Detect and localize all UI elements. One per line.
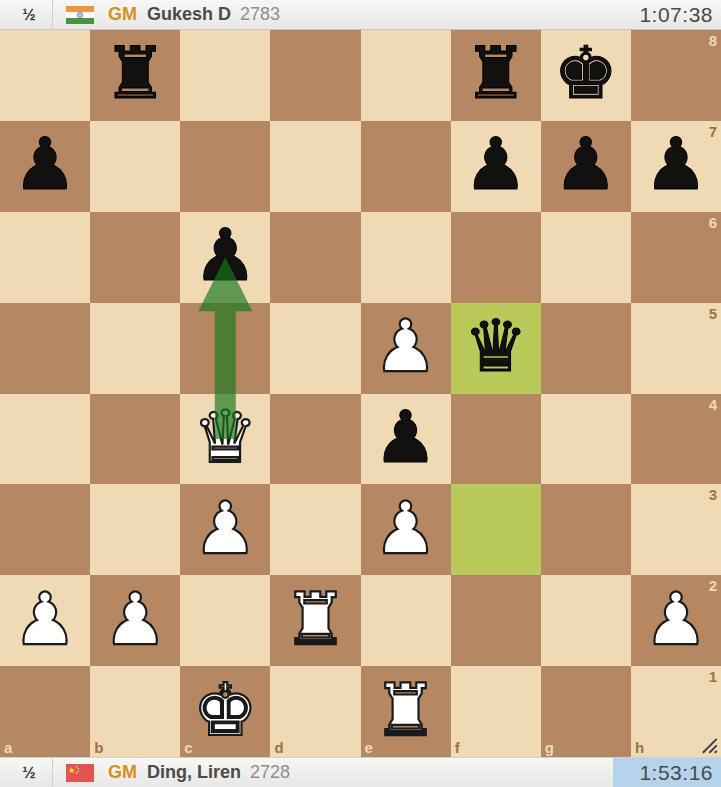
white-rook-d2: ♜ [283,583,348,655]
bottom-player-score: ½ [18,764,40,782]
black-pawn-c6: ♟ [193,219,258,291]
square-d6[interactable] [270,212,360,303]
white-pawn-c3: ♟ [193,492,258,564]
black-pawn-g7: ♟ [554,128,619,200]
square-d1[interactable]: d [270,666,360,757]
top-player-name: Gukesh D [147,4,231,25]
square-g6[interactable] [541,212,631,303]
file-label-f: f [455,740,460,755]
black-queen-f5: ♛ [463,310,528,382]
square-f6[interactable] [451,212,541,303]
rank-label-7: 7 [709,124,717,139]
square-h2[interactable]: 2♟ [631,575,721,666]
square-e2[interactable] [361,575,451,666]
square-e6[interactable] [361,212,451,303]
square-d2[interactable]: ♜ [270,575,360,666]
white-pawn-e5: ♟ [373,310,438,382]
rank-label-5: 5 [709,306,717,321]
square-b3[interactable] [90,484,180,575]
black-rook-f8: ♜ [463,37,528,109]
square-h3[interactable]: 3 [631,484,721,575]
file-label-h: h [635,740,644,755]
square-a4[interactable] [0,394,90,485]
square-d7[interactable] [270,121,360,212]
square-h4[interactable]: 4 [631,394,721,485]
white-pawn-h2: ♟ [644,583,709,655]
file-label-g: g [545,740,554,755]
board-resize-handle[interactable] [697,733,719,755]
square-c8[interactable] [180,30,270,121]
square-c5[interactable] [180,303,270,394]
square-f4[interactable] [451,394,541,485]
square-d3[interactable] [270,484,360,575]
square-f3[interactable] [451,484,541,575]
square-e7[interactable] [361,121,451,212]
black-pawn-h7: ♟ [644,128,709,200]
file-label-e: e [365,740,373,755]
white-king-c1: ♚ [193,674,258,746]
square-b4[interactable] [90,394,180,485]
square-e8[interactable] [361,30,451,121]
chess-board: ♜♜♚8♟♟♟7♟♟6♟♛5♛♟4♟♟3♟♟♜2♟abc♚de♜fg1h [0,30,721,757]
square-b5[interactable] [90,303,180,394]
square-a7[interactable]: ♟ [0,121,90,212]
board-container: ♜♜♚8♟♟♟7♟♟6♟♛5♛♟4♟♟3♟♟♜2♟abc♚de♜fg1h [0,30,721,757]
black-king-g8: ♚ [554,37,619,109]
square-g2[interactable] [541,575,631,666]
square-g3[interactable] [541,484,631,575]
square-b6[interactable] [90,212,180,303]
rank-label-8: 8 [709,33,717,48]
square-a6[interactable] [0,212,90,303]
white-pawn-e3: ♟ [373,492,438,564]
square-e4[interactable]: ♟ [361,394,451,485]
top-player-score: ½ [18,6,40,24]
square-e1[interactable]: e♜ [361,666,451,757]
rank-label-3: 3 [709,487,717,502]
top-player-bar: ½ GM Gukesh D 2783 1:07:38 [0,0,721,30]
square-h5[interactable]: 5 [631,303,721,394]
square-c6[interactable]: ♟ [180,212,270,303]
square-h6[interactable]: 6 [631,212,721,303]
rank-label-2: 2 [709,578,717,593]
square-c3[interactable]: ♟ [180,484,270,575]
square-f7[interactable]: ♟ [451,121,541,212]
white-pawn-b2: ♟ [103,583,168,655]
square-d5[interactable] [270,303,360,394]
rank-label-6: 6 [709,215,717,230]
square-c7[interactable] [180,121,270,212]
square-c2[interactable] [180,575,270,666]
square-b1[interactable]: b [90,666,180,757]
rank-label-4: 4 [709,397,717,412]
top-player-title: GM [108,4,137,25]
rank-label-1: 1 [709,669,717,684]
file-label-c: c [184,740,192,755]
square-d4[interactable] [270,394,360,485]
bottom-player-bar: ½ GM Ding, Liren 2728 1:53:16 [0,757,721,787]
china-flag-icon [66,764,94,782]
square-g5[interactable] [541,303,631,394]
square-g8[interactable]: ♚ [541,30,631,121]
white-rook-e1: ♜ [373,674,438,746]
white-pawn-a2: ♟ [13,583,78,655]
black-pawn-f7: ♟ [463,128,528,200]
bottom-player-title: GM [108,762,137,783]
file-label-b: b [94,740,103,755]
square-a2[interactable]: ♟ [0,575,90,666]
square-e3[interactable]: ♟ [361,484,451,575]
bottom-player-name: Ding, Liren [147,762,241,783]
square-e5[interactable]: ♟ [361,303,451,394]
square-b7[interactable] [90,121,180,212]
bar-divider [52,0,53,30]
square-c1[interactable]: c♚ [180,666,270,757]
bar-divider [52,758,53,787]
square-b2[interactable]: ♟ [90,575,180,666]
black-pawn-e4: ♟ [373,401,438,473]
square-g4[interactable] [541,394,631,485]
square-g1[interactable]: g [541,666,631,757]
square-a1[interactable]: a [0,666,90,757]
file-label-d: d [274,740,283,755]
square-a8[interactable] [0,30,90,121]
square-a5[interactable] [0,303,90,394]
top-player-rating: 2783 [240,4,280,25]
file-label-a: a [4,740,12,755]
india-flag-icon [66,6,94,24]
square-c4[interactable]: ♛ [180,394,270,485]
square-h8[interactable]: 8 [631,30,721,121]
square-g7[interactable]: ♟ [541,121,631,212]
square-f8[interactable]: ♜ [451,30,541,121]
square-f2[interactable] [451,575,541,666]
black-pawn-a7: ♟ [13,128,78,200]
square-h7[interactable]: 7♟ [631,121,721,212]
top-player-clock: 1:07:38 [613,0,721,29]
bottom-player-rating: 2728 [250,762,290,783]
square-b8[interactable]: ♜ [90,30,180,121]
square-d8[interactable] [270,30,360,121]
black-rook-b8: ♜ [103,37,168,109]
bottom-player-clock: 1:53:16 [613,758,721,787]
square-f1[interactable]: f [451,666,541,757]
square-a3[interactable] [0,484,90,575]
white-queen-c4: ♛ [193,401,258,473]
square-f5[interactable]: ♛ [451,303,541,394]
